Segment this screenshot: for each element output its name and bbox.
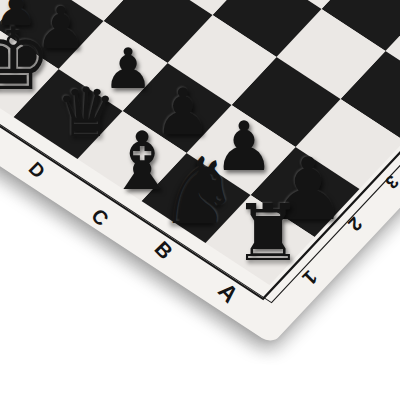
black-rook-a1: ♜ (233, 194, 303, 272)
black-knight-b1: ♞ (158, 146, 240, 238)
chessboard-product-photo: ABCD123 ♟♟♚♟♛♟♝♟♞♟♜ (0, 0, 400, 400)
black-king-e1: ♚ (0, 16, 52, 102)
